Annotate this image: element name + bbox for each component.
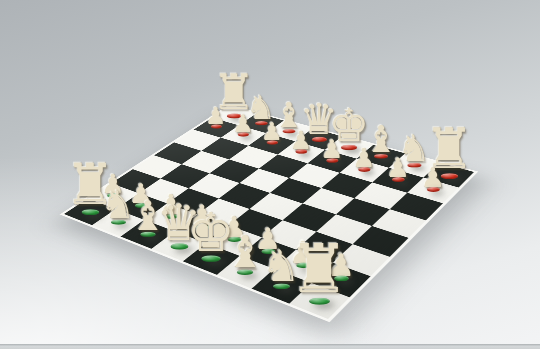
piece-black-pawn-g7[interactable]: ♟ xyxy=(386,154,410,182)
piece-black-pawn-e7[interactable]: ♟ xyxy=(321,136,344,162)
rook-icon: ♜ xyxy=(289,236,349,303)
felt-base-white xyxy=(237,269,254,275)
felt-base-white xyxy=(140,231,156,236)
piece-black-pawn-c7[interactable]: ♟ xyxy=(261,120,283,145)
photo-bottom-edge xyxy=(0,344,540,349)
piece-black-pawn-b7[interactable]: ♟ xyxy=(233,112,254,137)
felt-base-black xyxy=(391,177,404,182)
piece-black-pawn-f7[interactable]: ♟ xyxy=(353,145,376,172)
felt-base-white xyxy=(170,243,188,249)
piece-black-pawn-a7[interactable]: ♟ xyxy=(206,105,227,129)
bishop-icon: ♝ xyxy=(226,230,265,274)
piece-white-rook-h1[interactable]: ♜ xyxy=(289,236,349,305)
felt-base-black xyxy=(426,187,439,192)
felt-base-black xyxy=(295,149,307,154)
photo-stage: ♜♞♝♛♚♝♞♜♟♟♟♟♟♟♟♟♟♟♟♟♟♟♟♟♜♞♝♛♚♝♞♜ xyxy=(0,0,540,349)
piece-white-bishop-f1[interactable]: ♝ xyxy=(226,230,265,275)
piece-black-pawn-h7[interactable]: ♟ xyxy=(421,164,445,192)
felt-base-black xyxy=(326,158,338,163)
piece-black-pawn-d7[interactable]: ♟ xyxy=(290,128,312,154)
felt-base-white xyxy=(273,283,290,289)
felt-base-black xyxy=(358,167,371,172)
